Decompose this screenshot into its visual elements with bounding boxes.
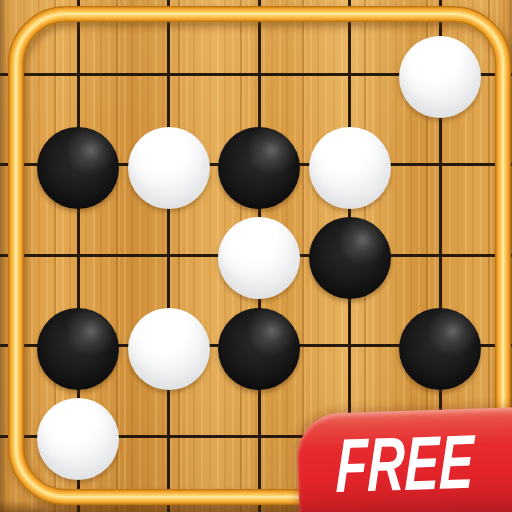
black-stone: [37, 127, 119, 209]
white-stone: [399, 36, 481, 118]
black-stone: [218, 308, 300, 390]
free-badge-label: FREE: [335, 423, 492, 512]
black-stone: [309, 217, 391, 299]
white-stone: [309, 127, 391, 209]
app-icon[interactable]: FREE: [0, 0, 512, 512]
white-stone: [128, 127, 210, 209]
free-badge: FREE: [296, 407, 512, 512]
white-stone: [37, 398, 119, 480]
black-stone: [399, 308, 481, 390]
black-stone: [218, 127, 300, 209]
white-stone: [128, 308, 210, 390]
white-stone: [218, 217, 300, 299]
black-stone: [37, 308, 119, 390]
